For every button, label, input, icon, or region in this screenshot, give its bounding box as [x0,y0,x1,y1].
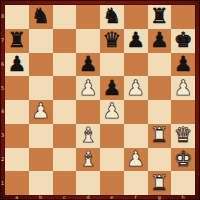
white-king[interactable]: ♚ [174,147,193,170]
black-pawn[interactable]: ♟ [7,52,26,75]
square-a1[interactable] [5,171,29,195]
square-c6[interactable] [53,53,77,77]
square-g1[interactable]: ♜ [148,171,172,195]
black-king[interactable]: ♚ [174,29,193,52]
white-pawn[interactable]: ♟ [174,76,193,99]
square-d6[interactable]: ♟ [76,53,100,77]
square-h7[interactable]: ♚ [171,29,195,53]
square-b2[interactable] [29,148,53,172]
square-h3[interactable]: ♛ [171,124,195,148]
square-h2[interactable]: ♚ [171,148,195,172]
black-pawn[interactable]: ♟ [102,76,121,99]
square-h4[interactable] [171,100,195,124]
square-g7[interactable]: ♟ [148,29,172,53]
square-d5[interactable]: ♟ [76,76,100,100]
square-e1[interactable] [100,171,124,195]
square-c2[interactable] [53,148,77,172]
square-e5[interactable]: ♟ [100,76,124,100]
square-f6[interactable] [124,53,148,77]
square-e4[interactable]: ♟ [100,100,124,124]
black-pawn[interactable]: ♟ [150,29,169,52]
square-d4[interactable] [76,100,100,124]
square-h8[interactable] [171,5,195,29]
chess-board[interactable]: ♞♞♜♜♛♟♟♚♟♟♟♟♟♟♟♟♟♝♜♛♝♟♚♜ [5,5,195,195]
square-b6[interactable] [29,53,53,77]
square-e3[interactable] [100,124,124,148]
square-g5[interactable] [148,76,172,100]
white-queen[interactable]: ♛ [174,124,193,147]
square-c4[interactable] [53,100,77,124]
white-pawn[interactable]: ♟ [126,147,145,170]
white-pawn[interactable]: ♟ [79,76,98,99]
square-f7[interactable]: ♟ [124,29,148,53]
square-h6[interactable]: ♟ [171,53,195,77]
square-f2[interactable]: ♟ [124,148,148,172]
square-b4[interactable]: ♟ [29,100,53,124]
square-a3[interactable] [5,124,29,148]
square-c7[interactable] [53,29,77,53]
square-c5[interactable] [53,76,77,100]
square-h5[interactable]: ♟ [171,76,195,100]
square-d1[interactable] [76,171,100,195]
black-queen[interactable]: ♛ [102,29,121,52]
square-d3[interactable]: ♝ [76,124,100,148]
black-pawn[interactable]: ♟ [174,52,193,75]
square-a5[interactable] [5,76,29,100]
square-e7[interactable]: ♛ [100,29,124,53]
square-g2[interactable] [148,148,172,172]
square-a6[interactable]: ♟ [5,53,29,77]
square-b1[interactable] [29,171,53,195]
square-g4[interactable] [148,100,172,124]
square-a7[interactable]: ♜ [5,29,29,53]
white-pawn[interactable]: ♟ [102,100,121,123]
square-g8[interactable]: ♜ [148,5,172,29]
square-g6[interactable] [148,53,172,77]
black-rook[interactable]: ♜ [150,5,169,28]
square-f4[interactable] [124,100,148,124]
square-c1[interactable] [53,171,77,195]
square-f3[interactable] [124,124,148,148]
black-pawn[interactable]: ♟ [79,52,98,75]
square-c3[interactable] [53,124,77,148]
square-g3[interactable]: ♜ [148,124,172,148]
white-pawn[interactable]: ♟ [31,100,50,123]
square-f5[interactable]: ♟ [124,76,148,100]
black-knight[interactable]: ♞ [102,5,121,28]
square-e2[interactable] [100,148,124,172]
square-d2[interactable]: ♝ [76,148,100,172]
square-a4[interactable] [5,100,29,124]
chess-app: ♞♞♜♜♛♟♟♚♟♟♟♟♟♟♟♟♟♝♜♛♝♟♚♜ 87654321abcdefg… [0,0,200,200]
square-b3[interactable] [29,124,53,148]
square-b8[interactable]: ♞ [29,5,53,29]
black-knight[interactable]: ♞ [31,5,50,28]
square-d8[interactable] [76,5,100,29]
white-rook[interactable]: ♜ [150,171,169,194]
square-e6[interactable] [100,53,124,77]
white-bishop[interactable]: ♝ [79,147,98,170]
white-rook[interactable]: ♜ [150,124,169,147]
square-d7[interactable] [76,29,100,53]
square-b7[interactable] [29,29,53,53]
square-a2[interactable] [5,148,29,172]
square-e8[interactable]: ♞ [100,5,124,29]
square-f8[interactable] [124,5,148,29]
square-f1[interactable] [124,171,148,195]
white-bishop[interactable]: ♝ [79,124,98,147]
black-rook[interactable]: ♜ [7,29,26,52]
white-pawn[interactable]: ♟ [126,76,145,99]
square-h1[interactable] [171,171,195,195]
square-b5[interactable] [29,76,53,100]
square-c8[interactable] [53,5,77,29]
black-pawn[interactable]: ♟ [126,29,145,52]
square-a8[interactable] [5,5,29,29]
